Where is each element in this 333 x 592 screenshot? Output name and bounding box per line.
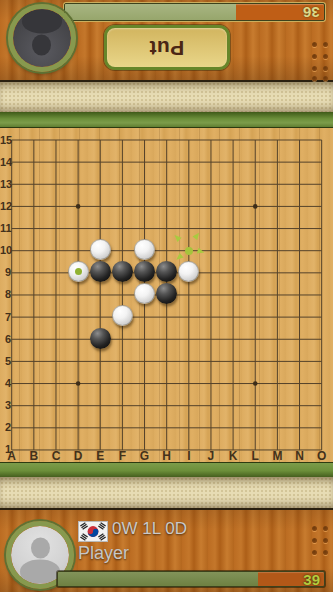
stone-black-G9 — [134, 261, 155, 282]
player-timer-fill — [58, 572, 258, 586]
stone-black-E6 — [90, 328, 111, 349]
rivet-dot — [323, 526, 328, 531]
rivet-dot — [323, 76, 328, 81]
opponent-timer-fill — [65, 4, 236, 20]
fabric-band-top — [0, 82, 333, 112]
stone-black-H8 — [156, 283, 177, 304]
stone-grid — [1, 129, 333, 461]
opponent-panel: 36 Put — [0, 0, 333, 82]
stone-white-D9 — [68, 261, 89, 282]
green-strip-bottom — [0, 462, 333, 477]
player-panel: 0W 1L 0D Player 39 — [0, 508, 333, 592]
rivet-dot — [312, 76, 317, 81]
person-silhouette-icon — [20, 9, 64, 55]
rivet-dot — [312, 66, 317, 71]
stone-white-E10 — [90, 239, 111, 260]
person-silhouette-icon — [18, 538, 62, 584]
game-board[interactable]: ABCDEFGHIJKLMNO123456789101112131415 — [0, 128, 333, 462]
hint-sparkle — [178, 240, 200, 262]
rivet-dot — [312, 526, 317, 531]
player-timer-value: 39 — [303, 572, 320, 587]
stone-white-F7 — [112, 305, 133, 326]
opponent-avatar-circle — [13, 9, 71, 67]
rivet-dot — [312, 54, 317, 59]
player-name: Player — [78, 543, 129, 564]
stone-black-H9 — [156, 261, 177, 282]
rivet-dot — [323, 538, 328, 543]
opponent-avatar — [8, 4, 76, 72]
rivet-dot — [312, 538, 317, 543]
fabric-band-bottom — [0, 477, 333, 508]
win-loss-record: 0W 1L 0D — [112, 519, 187, 539]
rivet-dot — [323, 550, 328, 555]
put-button-label: Put — [149, 36, 184, 60]
rivet-dot — [323, 54, 328, 59]
stone-white-G10 — [134, 239, 155, 260]
gomoku-app-screen: 36 Put ABCDEFGHIJKLMNO123456789101112131… — [0, 0, 333, 592]
stone-white-G8 — [134, 283, 155, 304]
rivet-dot — [323, 66, 328, 71]
put-button[interactable]: Put — [104, 25, 230, 70]
last-move-dot — [75, 268, 82, 275]
stone-white-I9 — [178, 261, 199, 282]
opponent-timer-value: 36 — [303, 5, 320, 20]
stone-black-E9 — [90, 261, 111, 282]
south-korea-flag-icon — [78, 521, 108, 542]
opponent-timer-bar: 36 — [64, 3, 325, 21]
rivet-dot — [312, 550, 317, 555]
green-strip-top — [0, 112, 333, 128]
rivet-dot — [323, 42, 328, 47]
stone-black-F9 — [112, 261, 133, 282]
rivet-dot — [312, 42, 317, 47]
player-timer-bar: 39 — [57, 571, 325, 587]
